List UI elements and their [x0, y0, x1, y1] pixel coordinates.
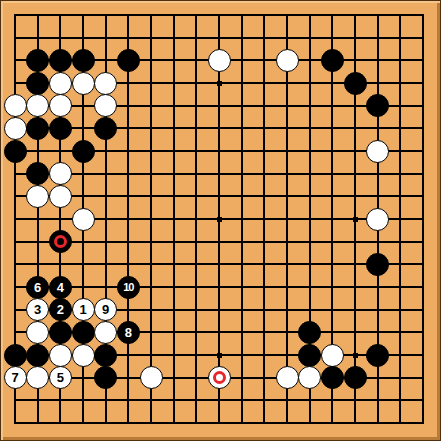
move-number-label: 8 — [125, 326, 132, 339]
white-stone — [366, 140, 389, 163]
black-stone — [344, 72, 367, 95]
grid-horizontal-line — [14, 263, 424, 265]
black-stone — [344, 366, 367, 389]
black-stone-move-10: 10 — [117, 276, 140, 299]
black-stone — [72, 140, 95, 163]
black-stone — [4, 140, 27, 163]
white-stone — [276, 366, 299, 389]
black-stone — [49, 321, 72, 344]
move-number-label: 2 — [57, 303, 64, 316]
grid-horizontal-line — [14, 422, 424, 424]
black-stone — [26, 49, 49, 72]
circle-marker-icon — [54, 235, 67, 248]
white-stone — [276, 49, 299, 72]
grid-vertical-line — [422, 14, 424, 424]
white-stone — [298, 366, 321, 389]
white-stone — [72, 344, 95, 367]
black-stone — [117, 49, 140, 72]
white-stone — [49, 344, 72, 367]
white-stone — [49, 72, 72, 95]
white-stone-move-5: 5 — [49, 366, 72, 389]
grid-horizontal-line — [14, 399, 424, 401]
grid-vertical-line — [241, 14, 243, 424]
black-stone — [26, 117, 49, 140]
white-stone — [366, 208, 389, 231]
move-number-label: 3 — [34, 303, 41, 316]
black-stone — [26, 162, 49, 185]
white-stone — [49, 185, 72, 208]
black-stone — [26, 344, 49, 367]
black-stone-move-4: 4 — [49, 276, 72, 299]
white-stone — [72, 72, 95, 95]
white-stone — [26, 185, 49, 208]
white-stone-move-3: 3 — [26, 298, 49, 321]
black-stone-move-8: 8 — [117, 321, 140, 344]
black-stone-move-6: 6 — [26, 276, 49, 299]
black-stone-move-2: 2 — [49, 298, 72, 321]
white-stone — [26, 94, 49, 117]
grid-vertical-line — [286, 14, 288, 424]
go-diagram: 64103219875 — [0, 0, 441, 441]
white-stone — [4, 117, 27, 140]
white-stone — [49, 162, 72, 185]
move-number-label: 10 — [123, 282, 133, 293]
black-stone — [4, 344, 27, 367]
star-point — [353, 217, 358, 222]
black-stone — [366, 94, 389, 117]
white-stone — [72, 208, 95, 231]
star-point — [217, 217, 222, 222]
move-number-label: 6 — [34, 281, 41, 294]
move-number-label: 7 — [11, 371, 18, 384]
white-stone — [49, 94, 72, 117]
move-number-label: 5 — [57, 371, 64, 384]
marked-white-stone — [208, 366, 231, 389]
white-stone — [4, 94, 27, 117]
white-stone — [94, 94, 117, 117]
black-stone — [321, 49, 344, 72]
white-stone — [321, 344, 344, 367]
go-board[interactable]: 64103219875 — [0, 0, 441, 441]
black-stone — [72, 49, 95, 72]
black-stone — [94, 117, 117, 140]
black-stone — [366, 344, 389, 367]
black-stone — [72, 321, 95, 344]
marked-black-stone — [49, 230, 72, 253]
white-stone — [94, 321, 117, 344]
move-number-label: 1 — [79, 303, 86, 316]
black-stone — [49, 49, 72, 72]
white-stone — [94, 72, 117, 95]
white-stone — [140, 366, 163, 389]
black-stone — [298, 344, 321, 367]
star-point — [217, 353, 222, 358]
black-stone — [321, 366, 344, 389]
white-stone — [26, 366, 49, 389]
white-stone — [26, 321, 49, 344]
black-stone — [49, 117, 72, 140]
move-number-label: 9 — [102, 303, 109, 316]
black-stone — [94, 344, 117, 367]
white-stone-move-1: 1 — [72, 298, 95, 321]
grid-vertical-line — [399, 14, 401, 424]
black-stone — [94, 366, 117, 389]
star-point — [353, 353, 358, 358]
white-stone-move-9: 9 — [94, 298, 117, 321]
grid-horizontal-line — [14, 241, 424, 243]
white-stone — [208, 49, 231, 72]
black-stone — [26, 72, 49, 95]
black-stone — [298, 321, 321, 344]
circle-marker-icon — [213, 371, 226, 384]
black-stone — [366, 253, 389, 276]
white-stone-move-7: 7 — [4, 366, 27, 389]
move-number-label: 4 — [57, 281, 64, 294]
star-point — [217, 81, 222, 86]
grid-vertical-line — [263, 14, 265, 424]
grid-horizontal-line — [14, 286, 424, 288]
